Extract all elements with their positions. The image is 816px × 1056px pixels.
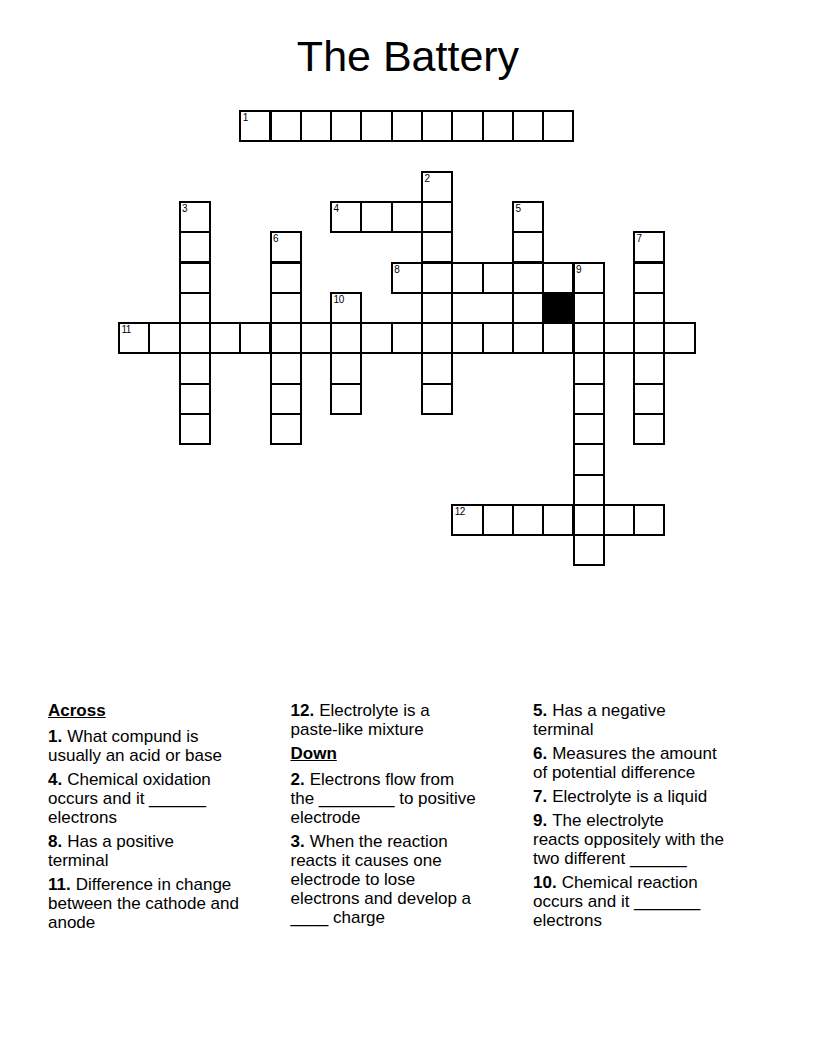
grid-cell[interactable] <box>573 413 605 445</box>
grid-cell[interactable] <box>270 383 302 415</box>
crossword-grid: 123456789101112 <box>118 110 696 567</box>
grid-cell[interactable] <box>421 110 453 142</box>
grid-cell[interactable] <box>542 262 574 294</box>
grid-cell[interactable] <box>391 110 423 142</box>
grid-cell[interactable] <box>573 292 605 324</box>
clue-text: Electrolyte is a liquid <box>552 787 707 806</box>
clue-number-label: 9. <box>533 811 547 830</box>
grid-cell[interactable] <box>179 292 211 324</box>
grid-cell[interactable] <box>451 262 483 294</box>
grid-cell[interactable] <box>633 383 665 415</box>
grid-cell[interactable] <box>512 504 544 536</box>
clue-number-label: 1. <box>48 727 62 746</box>
across-header: Across <box>48 701 279 720</box>
clue-number: 6 <box>273 233 278 244</box>
clue-number: 5 <box>515 203 520 214</box>
grid-cell[interactable] <box>360 110 392 142</box>
down-header: Down <box>291 744 522 763</box>
grid-cell[interactable] <box>391 322 423 354</box>
clue-text: What compund is usually an acid or base <box>48 727 222 765</box>
grid-cell[interactable] <box>270 292 302 324</box>
clue-number: 12 <box>455 506 465 517</box>
clue-number-label: 4. <box>48 770 62 789</box>
grid-cell[interactable] <box>633 262 665 294</box>
clue-1: 1.What compund is usually an acid or bas… <box>48 727 279 765</box>
grid-cell[interactable] <box>270 352 302 384</box>
grid-cell[interactable] <box>512 262 544 294</box>
clue-10: 10.Chemical reaction occurs and it _____… <box>533 873 764 930</box>
grid-cell[interactable] <box>633 292 665 324</box>
grid-cell[interactable] <box>663 322 695 354</box>
clue-number: 4 <box>334 203 339 214</box>
clue-number: 10 <box>334 294 344 305</box>
grid-cell[interactable] <box>633 413 665 445</box>
grid-cell[interactable] <box>330 352 362 384</box>
grid-cell[interactable] <box>330 322 362 354</box>
grid-cell[interactable] <box>209 322 241 354</box>
grid-cell[interactable] <box>633 352 665 384</box>
grid-cell[interactable] <box>573 443 605 475</box>
grid-cell[interactable] <box>300 110 332 142</box>
grid-cell[interactable] <box>542 322 574 354</box>
grid-cell[interactable] <box>512 110 544 142</box>
clue-number: 11 <box>122 324 131 335</box>
clue-5: 5.Has a negative terminal <box>533 701 764 739</box>
clue-number: 7 <box>637 233 642 244</box>
grid-cell[interactable] <box>179 262 211 294</box>
black-cell <box>542 292 574 324</box>
clue-number: 8 <box>394 264 399 275</box>
grid-cell[interactable] <box>573 383 605 415</box>
grid-cell[interactable] <box>542 110 574 142</box>
clue-11: 11.Difference in change between the cath… <box>48 875 279 932</box>
clue-text: Difference in change between the cathode… <box>48 875 239 932</box>
clue-number: 3 <box>182 203 187 214</box>
grid-cell[interactable] <box>482 322 514 354</box>
grid-cell[interactable] <box>421 231 453 263</box>
clue-4: 4.Chemical oxidation occurs and it _____… <box>48 770 279 827</box>
grid-cell[interactable] <box>330 110 362 142</box>
grid-cell[interactable] <box>421 352 453 384</box>
clues-section: Across1.What compund is usually an acid … <box>48 701 776 937</box>
grid-cell[interactable] <box>421 383 453 415</box>
grid-cell[interactable] <box>573 322 605 354</box>
grid-cell[interactable] <box>603 504 635 536</box>
grid-cell[interactable] <box>300 322 332 354</box>
clue-number-label: 11. <box>48 875 71 894</box>
grid-cell[interactable] <box>360 201 392 233</box>
puzzle-title: The Battery <box>0 31 816 81</box>
clue-text: Chemical reaction occurs and it _______ … <box>533 873 700 930</box>
grid-cell[interactable] <box>542 504 574 536</box>
clues-column-3: 5.Has a negative terminal6.Measures the … <box>533 701 776 937</box>
clue-number-label: 2. <box>291 770 305 789</box>
grid-cell[interactable] <box>512 322 544 354</box>
grid-cell[interactable] <box>270 110 302 142</box>
clue-text: Has a negative terminal <box>533 701 666 739</box>
grid-cell[interactable] <box>421 201 453 233</box>
grid-cell[interactable] <box>270 262 302 294</box>
clues-column-2: 12.Electrolyte is a paste-like mixtureDo… <box>291 701 534 937</box>
clue-8: 8.Has a positive terminal <box>48 832 279 870</box>
clue-number-label: 6. <box>533 744 547 763</box>
clue-number-label: 3. <box>291 832 305 851</box>
grid-cell[interactable] <box>239 322 271 354</box>
grid-cell[interactable] <box>451 322 483 354</box>
grid-cell[interactable] <box>603 322 635 354</box>
clue-text: Electrons flow from the ________ to posi… <box>291 770 476 827</box>
grid-cell[interactable] <box>179 322 211 354</box>
clue-number: 9 <box>576 264 581 275</box>
clue-number-label: 12. <box>291 701 315 720</box>
clue-9: 9.The electrolyte reacts oppositely with… <box>533 811 764 868</box>
clue-number: 1 <box>243 112 248 123</box>
grid-cell[interactable] <box>179 231 211 263</box>
clue-7: 7.Electrolyte is a liquid <box>533 787 764 806</box>
grid-cell[interactable] <box>482 504 514 536</box>
clues-column-1: Across1.What compund is usually an acid … <box>48 701 291 937</box>
grid-cell[interactable] <box>512 292 544 324</box>
grid-cell[interactable] <box>270 322 302 354</box>
grid-cell[interactable] <box>451 110 483 142</box>
grid-cell[interactable] <box>633 322 665 354</box>
clue-12: 12.Electrolyte is a paste-like mixture <box>291 701 522 739</box>
grid-cell[interactable] <box>512 231 544 263</box>
clue-text: Has a positive terminal <box>48 832 174 870</box>
grid-cell[interactable] <box>179 383 211 415</box>
grid-cell[interactable] <box>360 322 392 354</box>
grid-cell[interactable] <box>421 322 453 354</box>
grid-cell[interactable] <box>482 110 514 142</box>
clue-text: Measures the amount of potential differe… <box>533 744 717 782</box>
grid-cell[interactable] <box>573 474 605 506</box>
grid-cell[interactable] <box>421 292 453 324</box>
grid-cell[interactable] <box>573 352 605 384</box>
clue-text: Chemical oxidation occurs and it ______ … <box>48 770 211 827</box>
clue-6: 6.Measures the amount of potential diffe… <box>533 744 764 782</box>
clue-text: When the reaction reacts it causes one e… <box>291 832 472 927</box>
grid-cell[interactable] <box>179 352 211 384</box>
clue-number: 2 <box>425 173 430 184</box>
page: The Battery 123456789101112 Across1.What… <box>0 0 816 1056</box>
grid-cell[interactable] <box>573 534 605 566</box>
clue-number-label: 8. <box>48 832 62 851</box>
grid-cell[interactable] <box>270 413 302 445</box>
grid-cell[interactable] <box>482 262 514 294</box>
grid-cell[interactable] <box>421 262 453 294</box>
grid-cell[interactable] <box>179 413 211 445</box>
clue-number-label: 7. <box>533 787 547 806</box>
clue-text: The electrolyte reacts oppositely with t… <box>533 811 724 868</box>
grid-cell[interactable] <box>391 201 423 233</box>
clue-3: 3.When the reaction reacts it causes one… <box>291 832 522 927</box>
clue-number-label: 5. <box>533 701 547 720</box>
clue-2: 2.Electrons flow from the ________ to po… <box>291 770 522 827</box>
grid-cell[interactable] <box>330 383 362 415</box>
clue-number-label: 10. <box>533 873 557 892</box>
grid-cell[interactable] <box>573 504 605 536</box>
grid-cell[interactable] <box>633 504 665 536</box>
grid-cell[interactable] <box>148 322 180 354</box>
